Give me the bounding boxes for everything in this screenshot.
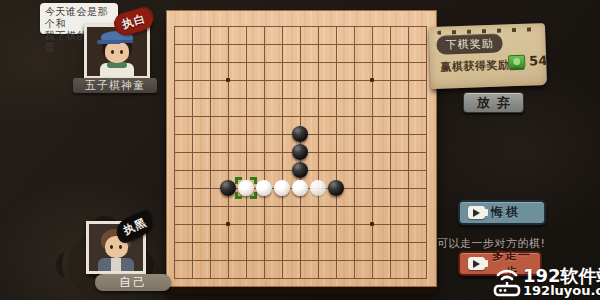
opponent-name-plate: 五子棋神童 (73, 78, 157, 93)
router-wifi-icon (493, 266, 521, 298)
opponent-face (105, 41, 129, 63)
gomoku-board[interactable] (166, 10, 437, 287)
white-stone (256, 180, 272, 196)
forfeit-button[interactable]: 放弃 (463, 92, 524, 113)
black-stone (292, 162, 308, 178)
watch-ad-video-icon (468, 257, 485, 270)
reward-panel: 下棋奖励 赢棋获得奖励 54 (429, 23, 547, 89)
white-stone (292, 180, 308, 196)
undo-move-button[interactable]: 悔棋 (458, 200, 546, 225)
opponent-eye (120, 50, 123, 54)
black-stone (328, 180, 344, 196)
watermark-url: 192luyou.com (523, 283, 600, 298)
selected-stone-marker (235, 177, 257, 199)
undo-button-label: 悔棋 (491, 204, 521, 221)
star-point (370, 78, 374, 82)
opponent-avatar (84, 24, 150, 79)
watch-ad-video-icon (468, 206, 485, 219)
board-grid[interactable] (174, 26, 427, 279)
white-stone (274, 180, 290, 196)
money-icon (508, 55, 525, 69)
opponent-cap-brim (97, 40, 121, 44)
star-point (226, 222, 230, 226)
opponent-eye (111, 50, 114, 54)
game-screen: 今天谁会是那个和 我下棋的倒霉蛋 执白 五子棋神童 执黑 自己 下棋奖励 赢棋获… (0, 0, 600, 300)
player-eye (110, 245, 113, 249)
black-stone (220, 180, 236, 196)
reward-title-badge: 下棋奖励 (436, 33, 503, 54)
black-stone (292, 126, 308, 142)
player-name-plate: 自己 (95, 274, 171, 291)
player-eye (119, 245, 122, 249)
player-shirt (111, 258, 121, 272)
black-stone (292, 144, 308, 160)
star-point (370, 222, 374, 226)
reward-amount: 54 (529, 53, 548, 69)
reward-description: 赢棋获得奖励 (440, 57, 509, 74)
star-point (226, 78, 230, 82)
white-stone-preview (310, 180, 326, 196)
